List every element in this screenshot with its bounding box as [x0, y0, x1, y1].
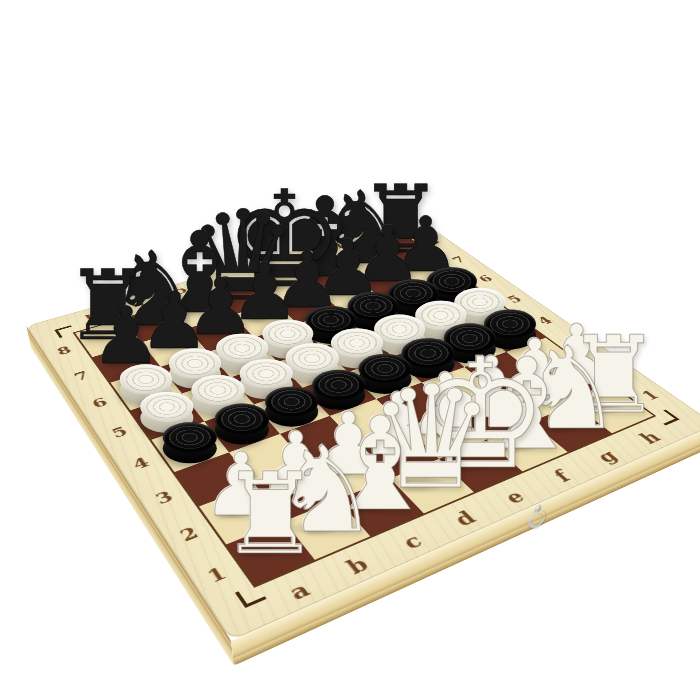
square-d1: [389, 459, 473, 514]
square-a1: [226, 521, 314, 585]
file-label: a: [284, 578, 313, 602]
square-g1: [531, 404, 612, 452]
square-b3: [228, 434, 307, 486]
square-c2: [308, 446, 390, 499]
rank-label: 8: [55, 344, 73, 356]
field-corner-bracket: [652, 410, 680, 426]
rank-label: 7: [71, 369, 90, 382]
rank-label: 5: [504, 294, 524, 305]
square-b5: [181, 377, 254, 421]
rank-label: 6: [476, 274, 495, 284]
square-c3: [280, 416, 358, 465]
file-label: b: [342, 553, 372, 576]
square-a5: [130, 393, 204, 439]
rank-label: 3: [152, 488, 175, 506]
file-label: a: [83, 311, 102, 323]
square-a3: [174, 452, 254, 506]
square-h1: [574, 388, 654, 434]
file-label: h: [370, 230, 390, 240]
file-label: g: [333, 241, 352, 251]
product-photo: 88aa77bb66cc55dd44ee33ff22gg11hh ♜♞♟♝♟♚♟…: [0, 0, 700, 700]
file-label: h: [635, 428, 664, 446]
square-c1: [338, 478, 424, 536]
file-label: c: [398, 530, 425, 551]
rank-label: 4: [534, 315, 555, 326]
square-f2: [452, 393, 530, 439]
square-d3: [329, 399, 406, 446]
file-label: f: [297, 252, 312, 261]
rank-label: 1: [203, 564, 229, 586]
file-label: d: [450, 508, 479, 529]
rank-label: 4: [130, 455, 152, 472]
square-b2: [255, 465, 338, 521]
square-f1: [486, 422, 568, 472]
rank-label: 5: [109, 424, 130, 439]
square-f3: [421, 367, 496, 410]
file-label: f: [550, 467, 574, 484]
square-e3: [376, 382, 452, 427]
file-label: c: [173, 286, 191, 297]
file-label: g: [592, 447, 620, 465]
rank-label: 1: [638, 388, 662, 402]
square-b4: [204, 404, 280, 452]
square-a4: [151, 422, 228, 472]
square-b1: [283, 499, 370, 560]
square-c4: [254, 388, 329, 434]
rank-label: 7: [449, 255, 468, 265]
file-label: d: [215, 274, 235, 285]
square-d2: [358, 428, 439, 479]
file-label: e: [500, 487, 528, 507]
rank-label: 2: [601, 362, 624, 375]
file-label: b: [128, 298, 148, 310]
rank-label: 6: [89, 396, 109, 410]
field-corner-bracket: [54, 325, 76, 338]
square-d4: [302, 372, 376, 416]
file-label: e: [256, 263, 275, 274]
square-a2: [199, 485, 283, 544]
rank-label: 8: [424, 237, 442, 246]
square-g2: [496, 377, 573, 421]
square-e1: [439, 440, 522, 492]
rank-label: 2: [177, 524, 201, 544]
square-a6: [111, 367, 182, 410]
rank-label: 3: [566, 338, 588, 350]
field-corner-bracket: [398, 228, 418, 237]
field-corner-bracket: [235, 584, 267, 608]
square-e2: [406, 410, 486, 459]
